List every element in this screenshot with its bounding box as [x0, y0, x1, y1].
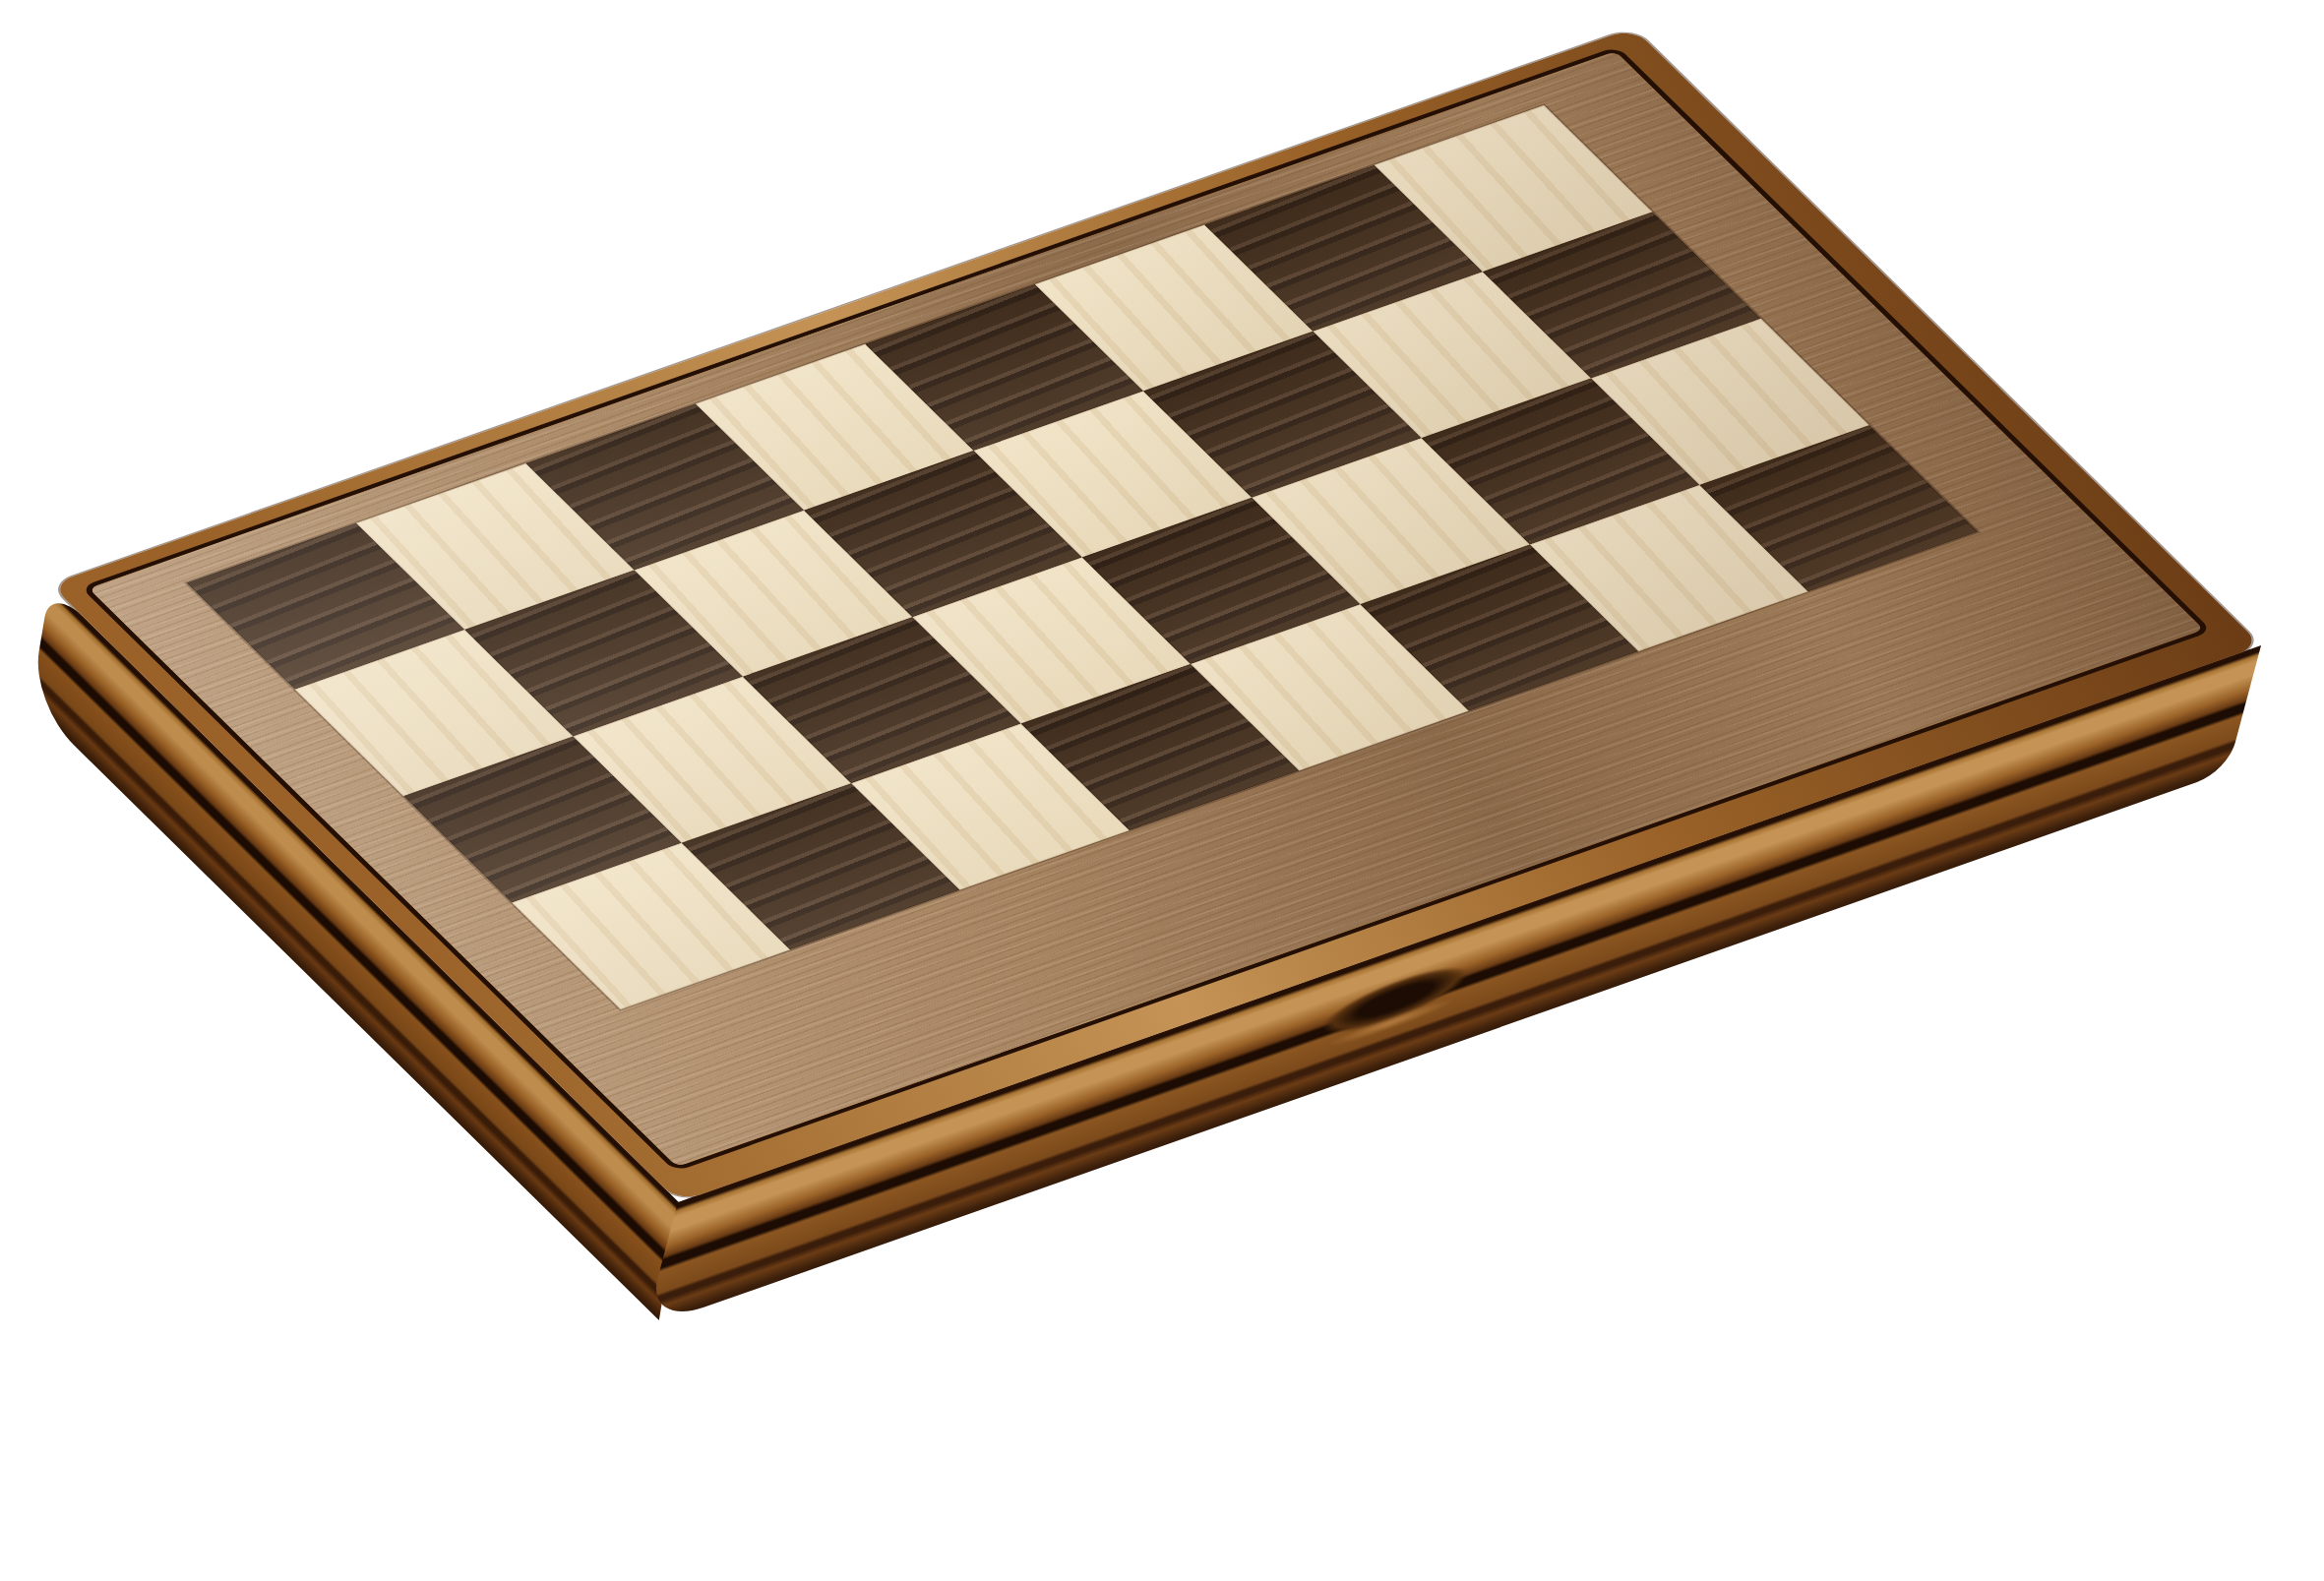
product-photo	[0, 0, 2324, 1581]
